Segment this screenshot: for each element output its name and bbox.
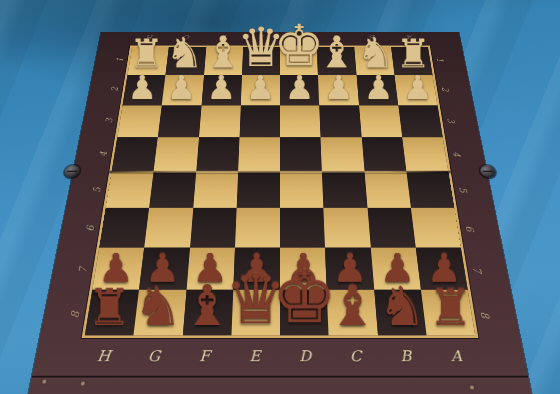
black-rook-h8: ♜ bbox=[87, 283, 132, 333]
square-a2: ♟ bbox=[394, 75, 437, 105]
rank-cell-right-1: 1 bbox=[430, 45, 468, 73]
file-label-far-B: B bbox=[354, 34, 392, 41]
board-frame: HGFEDCBA 12345678 12345678 ♜♞♝♛♚♝♞♜♟♟♟♟♟… bbox=[23, 32, 537, 394]
rank-label-right-3: 3 bbox=[445, 118, 457, 123]
square-f6 bbox=[190, 208, 237, 247]
rank-cell-right-3: 3 bbox=[440, 104, 480, 136]
square-g1: ♞ bbox=[166, 47, 206, 75]
white-rook-h1: ♜ bbox=[129, 35, 164, 74]
square-c1: ♝ bbox=[317, 47, 356, 75]
frame-screw-dot bbox=[470, 385, 475, 389]
white-queen-e1: ♛ bbox=[237, 20, 285, 74]
file-label-far-C: C bbox=[317, 34, 355, 41]
square-c3 bbox=[319, 105, 361, 137]
rank-cell-left-6: 6 bbox=[58, 208, 104, 248]
square-a3 bbox=[398, 105, 443, 137]
rank-label-left-8: 8 bbox=[69, 311, 83, 318]
square-g6 bbox=[144, 208, 192, 247]
square-e1: ♛ bbox=[242, 47, 280, 75]
black-pawn-h7: ♟ bbox=[98, 248, 133, 287]
square-d1: ♚ bbox=[280, 47, 318, 75]
square-h1: ♜ bbox=[127, 47, 169, 75]
square-d2: ♟ bbox=[280, 75, 319, 105]
square-a4 bbox=[402, 137, 448, 171]
square-b3 bbox=[359, 105, 402, 137]
chess-board: HGFEDCBA 12345678 12345678 ♜♞♝♛♚♝♞♜♟♟♟♟♟… bbox=[23, 32, 537, 394]
rank-cell-left-4: 4 bbox=[73, 137, 115, 172]
lid-edge-seam bbox=[32, 376, 529, 378]
square-e4 bbox=[238, 137, 280, 171]
square-e7: ♟ bbox=[233, 247, 280, 289]
square-g7: ♟ bbox=[139, 247, 189, 289]
rank-label-left-7: 7 bbox=[77, 266, 91, 273]
rank-label-right-7: 7 bbox=[470, 266, 483, 272]
square-g5 bbox=[149, 171, 196, 208]
square-h8: ♜ bbox=[85, 290, 139, 336]
square-h6 bbox=[99, 208, 149, 247]
white-pawn-g2: ♟ bbox=[167, 71, 197, 104]
rank-label-right-8: 8 bbox=[477, 311, 491, 318]
file-label-A: A bbox=[430, 347, 483, 365]
square-g8: ♞ bbox=[134, 290, 187, 336]
square-c6 bbox=[324, 208, 371, 247]
white-pawn-b2: ♟ bbox=[363, 71, 393, 104]
file-label-far-H: H bbox=[131, 34, 169, 41]
square-b8: ♞ bbox=[374, 290, 427, 336]
rank-cell-right-8: 8 bbox=[471, 291, 521, 338]
square-d6 bbox=[280, 208, 325, 247]
board-fold-seam bbox=[109, 171, 451, 173]
square-c8: ♝ bbox=[327, 290, 378, 336]
square-a5 bbox=[406, 171, 454, 208]
file-label-H: H bbox=[77, 347, 130, 365]
rank-cell-right-7: 7 bbox=[464, 248, 512, 291]
file-label-C: C bbox=[330, 347, 381, 365]
file-labels-far: HGFEDCBA bbox=[131, 34, 429, 41]
black-pawn-f7: ♟ bbox=[192, 248, 227, 287]
rank-cell-right-2: 2 bbox=[435, 74, 474, 104]
square-e5 bbox=[236, 171, 280, 208]
square-f8: ♝ bbox=[182, 290, 233, 336]
rank-label-left-5: 5 bbox=[91, 187, 104, 193]
black-pawn-e7: ♟ bbox=[239, 248, 274, 287]
file-label-G: G bbox=[128, 347, 180, 365]
square-d7: ♟ bbox=[280, 247, 327, 289]
square-b6 bbox=[367, 208, 415, 247]
square-a8: ♜ bbox=[421, 290, 475, 336]
file-label-far-F: F bbox=[206, 34, 244, 41]
rank-cell-left-2: 2 bbox=[87, 74, 126, 104]
black-pawn-d7: ♟ bbox=[286, 248, 321, 287]
black-pawn-a7: ♟ bbox=[426, 248, 461, 287]
squares-grid: ♜♞♝♛♚♝♞♜♟♟♟♟♟♟♟♟♟♟♟♟♟♟♟♟♜♞♝♛♚♝♞♜ bbox=[85, 47, 475, 335]
rank-label-right-5: 5 bbox=[456, 187, 468, 192]
rank-label-left-1: 1 bbox=[115, 57, 126, 61]
square-d4 bbox=[280, 137, 322, 171]
black-rook-a8: ♜ bbox=[428, 283, 473, 333]
square-a1: ♜ bbox=[391, 47, 433, 75]
square-f7: ♟ bbox=[186, 247, 235, 289]
square-c2: ♟ bbox=[318, 75, 359, 105]
rank-cell-right-6: 6 bbox=[457, 208, 503, 248]
square-c5 bbox=[322, 171, 367, 208]
square-h7: ♟ bbox=[92, 247, 144, 289]
square-g3 bbox=[158, 105, 201, 137]
rank-label-right-4: 4 bbox=[450, 151, 462, 156]
white-pawn-a2: ♟ bbox=[403, 71, 433, 104]
frame-screw-dot bbox=[81, 382, 86, 386]
square-b7: ♟ bbox=[370, 247, 420, 289]
white-pawn-h2: ♟ bbox=[128, 71, 158, 104]
square-h5 bbox=[106, 171, 154, 208]
file-label-F: F bbox=[179, 347, 230, 365]
square-h4 bbox=[112, 137, 158, 171]
square-a7: ♟ bbox=[416, 247, 468, 289]
file-label-far-D: D bbox=[280, 34, 317, 41]
file-label-D: D bbox=[280, 347, 331, 365]
rank-label-left-6: 6 bbox=[84, 225, 97, 231]
rank-cell-left-3: 3 bbox=[80, 104, 120, 136]
square-f3 bbox=[199, 105, 241, 137]
file-label-B: B bbox=[380, 347, 432, 365]
rank-label-right-1: 1 bbox=[435, 57, 446, 61]
white-pawn-e2: ♟ bbox=[245, 71, 275, 104]
rank-label-left-3: 3 bbox=[104, 118, 116, 123]
black-pawn-g7: ♟ bbox=[145, 248, 180, 287]
square-f2: ♟ bbox=[201, 75, 242, 105]
photo-background: HGFEDCBA 12345678 12345678 ♜♞♝♛♚♝♞♜♟♟♟♟♟… bbox=[0, 0, 560, 394]
black-pawn-c7: ♟ bbox=[333, 248, 368, 287]
black-bishop-f8: ♝ bbox=[182, 278, 232, 334]
square-b2: ♟ bbox=[356, 75, 398, 105]
white-pawn-c2: ♟ bbox=[324, 71, 354, 104]
frame-screw-dot bbox=[42, 380, 47, 384]
square-f1: ♝ bbox=[204, 47, 243, 75]
file-labels-bottom: HGFEDCBA bbox=[77, 347, 483, 365]
square-d3 bbox=[280, 105, 321, 137]
rank-cell-right-4: 4 bbox=[445, 137, 487, 172]
rank-label-left-2: 2 bbox=[109, 87, 120, 92]
rank-label-right-6: 6 bbox=[463, 225, 476, 231]
square-a6 bbox=[411, 208, 461, 247]
square-h3 bbox=[117, 105, 162, 137]
file-label-E: E bbox=[229, 347, 280, 365]
square-g2: ♟ bbox=[162, 75, 204, 105]
square-e6 bbox=[235, 208, 280, 247]
black-pawn-b7: ♟ bbox=[379, 248, 414, 287]
white-pawn-d2: ♟ bbox=[285, 71, 315, 104]
square-d8: ♚ bbox=[280, 290, 329, 336]
square-e3 bbox=[239, 105, 280, 137]
white-rook-a1: ♜ bbox=[396, 35, 431, 74]
square-b4 bbox=[361, 137, 406, 171]
square-g4 bbox=[154, 137, 199, 171]
square-h2: ♟ bbox=[123, 75, 166, 105]
file-label-far-G: G bbox=[168, 34, 206, 41]
square-b5 bbox=[364, 171, 411, 208]
square-d5 bbox=[280, 171, 324, 208]
file-label-far-E: E bbox=[243, 34, 280, 41]
rank-cell-left-1: 1 bbox=[93, 45, 131, 73]
rank-label-right-2: 2 bbox=[439, 87, 450, 91]
square-e8: ♛ bbox=[231, 290, 280, 336]
black-bishop-c8: ♝ bbox=[328, 278, 378, 334]
white-pawn-f2: ♟ bbox=[206, 71, 236, 104]
square-f5 bbox=[193, 171, 238, 208]
square-c4 bbox=[321, 137, 364, 171]
square-c7: ♟ bbox=[325, 247, 374, 289]
playing-surface: ♜♞♝♛♚♝♞♜♟♟♟♟♟♟♟♟♟♟♟♟♟♟♟♟♜♞♝♛♚♝♞♜ bbox=[82, 45, 479, 337]
file-label-far-A: A bbox=[391, 34, 429, 41]
square-f4 bbox=[196, 137, 239, 171]
square-b1: ♞ bbox=[354, 47, 394, 75]
rank-label-left-4: 4 bbox=[98, 151, 110, 156]
square-e2: ♟ bbox=[241, 75, 280, 105]
